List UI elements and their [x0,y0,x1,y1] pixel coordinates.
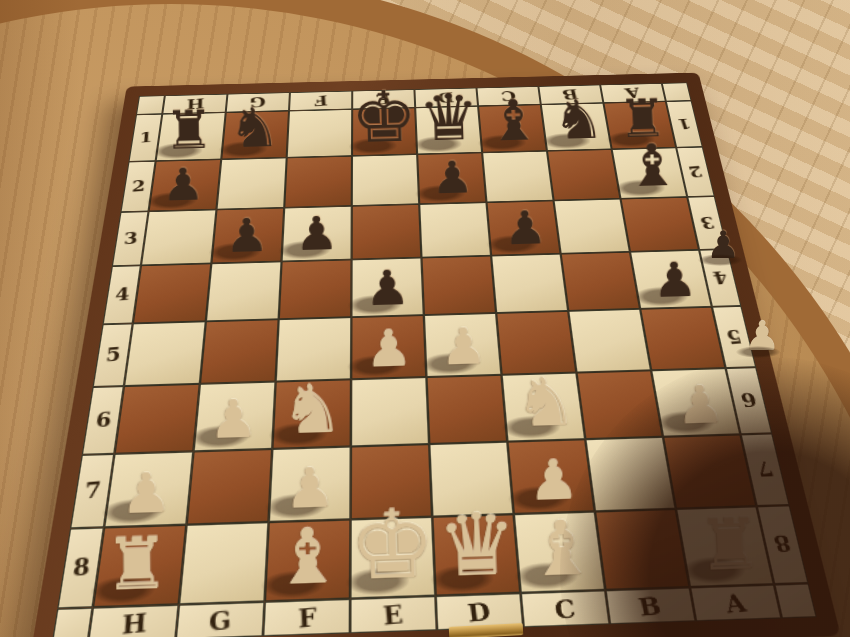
square-e3[interactable] [352,204,422,259]
piece-white-pawn-a4[interactable]: ♟ [651,256,698,305]
square-b4[interactable] [561,252,641,311]
square-h8[interactable]: ♜ [93,525,187,608]
square-b1[interactable]: ♞ [541,103,612,151]
file-label-top-F: F [289,91,352,111]
square-h5[interactable] [124,321,206,386]
file-label-bottom-H: H [88,605,179,637]
piece-black-pawn-h7[interactable]: ♟ [120,465,172,522]
piece-black-rook-h8[interactable]: ♜ [103,529,170,602]
square-d8[interactable]: ♛ [432,514,520,596]
square-e1[interactable]: ♚ [352,108,417,156]
square-c3[interactable]: ♟ [486,201,560,256]
piece-white-pawn-e4[interactable]: ♟ [364,264,411,313]
square-c2[interactable] [482,151,553,202]
piece-white-pawn-h2[interactable]: ♟ [161,162,204,208]
rank-label-right-2: 2 [676,147,715,197]
square-g7[interactable] [186,449,272,525]
square-h1[interactable]: ♜ [156,112,226,161]
square-d5[interactable]: ♟ [424,313,502,377]
square-g4[interactable] [206,261,282,321]
square-e8[interactable]: ♚ [350,517,435,599]
piece-white-pawn-c3[interactable]: ♟ [502,205,547,252]
square-e2[interactable] [352,154,419,206]
square-g6[interactable]: ♟ [193,382,275,452]
border-corner [52,607,93,637]
square-f2[interactable] [284,156,352,208]
square-g5[interactable] [200,319,279,384]
piece-white-bishop-a2[interactable]: ♝ [623,136,681,196]
piece-black-pawn-d5[interactable]: ♟ [439,321,487,372]
square-d2[interactable]: ♟ [417,153,486,205]
square-h6[interactable] [114,384,199,454]
square-b3[interactable] [554,199,630,254]
captured-black-pawn[interactable]: ♟ [744,316,780,356]
piece-black-pawn-e5[interactable]: ♟ [364,323,412,374]
square-f4[interactable] [279,260,352,320]
piece-black-king-e8[interactable]: ♚ [347,497,437,594]
piece-black-bishop-f8[interactable]: ♝ [271,518,343,596]
piece-black-pawn-f7[interactable]: ♟ [283,460,335,517]
file-label-bottom-G: G [176,602,265,637]
square-e6[interactable] [351,377,429,446]
square-h2[interactable]: ♟ [149,159,222,211]
square-c4[interactable] [491,254,568,313]
piece-black-knight-c6[interactable]: ♞ [512,369,576,437]
piece-black-knight-f6[interactable]: ♞ [279,376,343,445]
square-g2[interactable] [216,158,286,210]
square-h4[interactable] [133,263,212,323]
piece-shadow [698,254,742,266]
rank-label-left-3: 3 [112,211,149,266]
square-f8[interactable]: ♝ [265,519,351,601]
square-c1[interactable]: ♝ [478,104,547,152]
square-a2[interactable]: ♝ [612,148,688,199]
square-b5[interactable] [568,309,651,373]
square-h7[interactable]: ♟ [104,451,193,527]
square-f3[interactable]: ♟ [282,206,352,262]
piece-white-pawn-f3[interactable]: ♟ [294,210,339,257]
file-label-bottom-E: E [350,596,437,634]
piece-black-queen-d8[interactable]: ♛ [435,502,517,591]
square-d4[interactable] [421,256,496,315]
square-a5[interactable] [640,307,725,371]
square-d1[interactable]: ♛ [415,106,482,154]
square-c6[interactable]: ♞ [502,373,586,442]
piece-white-pawn-d2[interactable]: ♟ [430,155,473,200]
file-label-bottom-F: F [263,599,350,637]
square-a3[interactable] [620,197,699,252]
photo-scene: HGFEDCBA1♜♞♚♛♝♞♜12♟♟♝23♟♟♟34♟♟45♟♟56♟♞♞♟… [0,0,850,637]
square-g3[interactable]: ♟ [211,208,284,264]
piece-white-pawn-g3[interactable]: ♟ [224,212,269,259]
square-f1[interactable] [287,109,352,157]
captured-white-pawn[interactable]: ♟ [706,226,740,264]
square-f6[interactable]: ♞ [272,379,351,449]
square-h3[interactable] [141,210,217,266]
square-b2[interactable] [547,149,621,200]
square-d6[interactable] [426,375,507,444]
rank-label-left-5: 5 [93,323,133,387]
square-g1[interactable]: ♞ [221,111,289,160]
piece-black-pawn-g6[interactable]: ♟ [208,392,258,446]
square-e4[interactable]: ♟ [351,258,423,318]
square-g8[interactable] [179,522,269,604]
square-d3[interactable] [419,202,491,257]
square-e5[interactable]: ♟ [351,315,426,379]
border-corner [136,95,165,114]
